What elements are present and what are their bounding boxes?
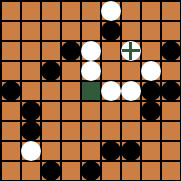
white-stone [81,61,101,81]
board-cell[interactable] [122,62,140,80]
board-cell[interactable] [122,162,140,180]
board-cell[interactable] [142,42,160,60]
board-cell[interactable] [82,62,100,80]
board-cell[interactable] [142,162,160,180]
white-stone [81,41,101,61]
black-stone [101,21,121,41]
board-cell[interactable] [162,82,180,100]
black-stone [141,101,161,121]
go-board [0,0,181,181]
board-cell[interactable] [62,42,80,60]
cross-marker-icon [129,42,132,60]
board-cell[interactable] [82,142,100,160]
black-stone [161,41,181,61]
board-cell[interactable] [142,102,160,120]
board-cell[interactable] [2,102,20,120]
black-stone [41,161,61,181]
board-cell[interactable] [2,62,20,80]
black-stone [21,101,41,121]
board-cell[interactable] [142,82,160,100]
black-stone [161,81,181,101]
white-stone [141,61,161,81]
board-cell[interactable] [122,42,140,60]
board-cell[interactable] [22,102,40,120]
board-cell[interactable] [162,22,180,40]
board-cell[interactable] [42,22,60,40]
board-cell[interactable] [62,102,80,120]
board-cell[interactable] [62,22,80,40]
green-square-marker-cell[interactable] [82,82,100,100]
white-stone [101,81,121,101]
board-cell[interactable] [102,122,120,140]
board-cell[interactable] [42,162,60,180]
board-cell[interactable] [82,42,100,60]
board-cell[interactable] [162,102,180,120]
black-stone [81,161,101,181]
board-cell[interactable] [162,2,180,20]
board-cell[interactable] [42,82,60,100]
board-cell[interactable] [62,142,80,160]
board-cell[interactable] [162,162,180,180]
board-cell[interactable] [2,82,20,100]
board-cell[interactable] [102,142,120,160]
board-cell[interactable] [22,22,40,40]
board-cell[interactable] [2,22,20,40]
black-stone [21,121,41,141]
black-stone [61,41,81,61]
board-cell[interactable] [82,162,100,180]
board-cell[interactable] [22,122,40,140]
board-cell[interactable] [42,122,60,140]
board-cell[interactable] [22,142,40,160]
board-cell[interactable] [22,2,40,20]
board-cell[interactable] [102,2,120,20]
board-cell[interactable] [142,122,160,140]
black-stone [141,81,161,101]
board-cell[interactable] [2,2,20,20]
board-cell[interactable] [82,122,100,140]
board-cell[interactable] [142,142,160,160]
board-cell[interactable] [102,42,120,60]
board-cell[interactable] [22,62,40,80]
board-cell[interactable] [62,122,80,140]
board-cell[interactable] [82,2,100,20]
board-cell[interactable] [2,142,20,160]
board-cell[interactable] [22,82,40,100]
board-cell[interactable] [102,62,120,80]
board-cell[interactable] [102,162,120,180]
board-cell[interactable] [122,22,140,40]
black-stone [1,81,21,101]
board-cell[interactable] [122,142,140,160]
board-cell[interactable] [2,162,20,180]
board-cell[interactable] [62,162,80,180]
board-cell[interactable] [142,62,160,80]
black-stone [121,141,141,161]
board-cell[interactable] [122,102,140,120]
board-cell[interactable] [42,42,60,60]
board-cell[interactable] [162,122,180,140]
board-cell[interactable] [122,122,140,140]
board-cell[interactable] [82,22,100,40]
board-cell[interactable] [2,42,20,60]
board-cell[interactable] [42,2,60,20]
board-cell[interactable] [42,102,60,120]
board-cell[interactable] [42,62,60,80]
board-cell[interactable] [82,102,100,120]
board-cell[interactable] [22,162,40,180]
board-cell[interactable] [162,62,180,80]
black-stone [101,141,121,161]
white-stone [21,141,41,161]
board-cell[interactable] [62,2,80,20]
board-cell[interactable] [42,142,60,160]
board-cell[interactable] [162,42,180,60]
board-cell[interactable] [62,82,80,100]
board-cell[interactable] [62,62,80,80]
board-cell[interactable] [122,2,140,20]
board-cell[interactable] [2,122,20,140]
black-stone [41,61,61,81]
board-cell[interactable] [102,82,120,100]
board-cell[interactable] [102,22,120,40]
white-stone [121,81,141,101]
board-cell[interactable] [22,42,40,60]
board-cell[interactable] [122,82,140,100]
white-stone [101,1,121,21]
board-cell[interactable] [102,102,120,120]
board-cell[interactable] [162,142,180,160]
board-cell[interactable] [142,22,160,40]
board-cell[interactable] [142,2,160,20]
